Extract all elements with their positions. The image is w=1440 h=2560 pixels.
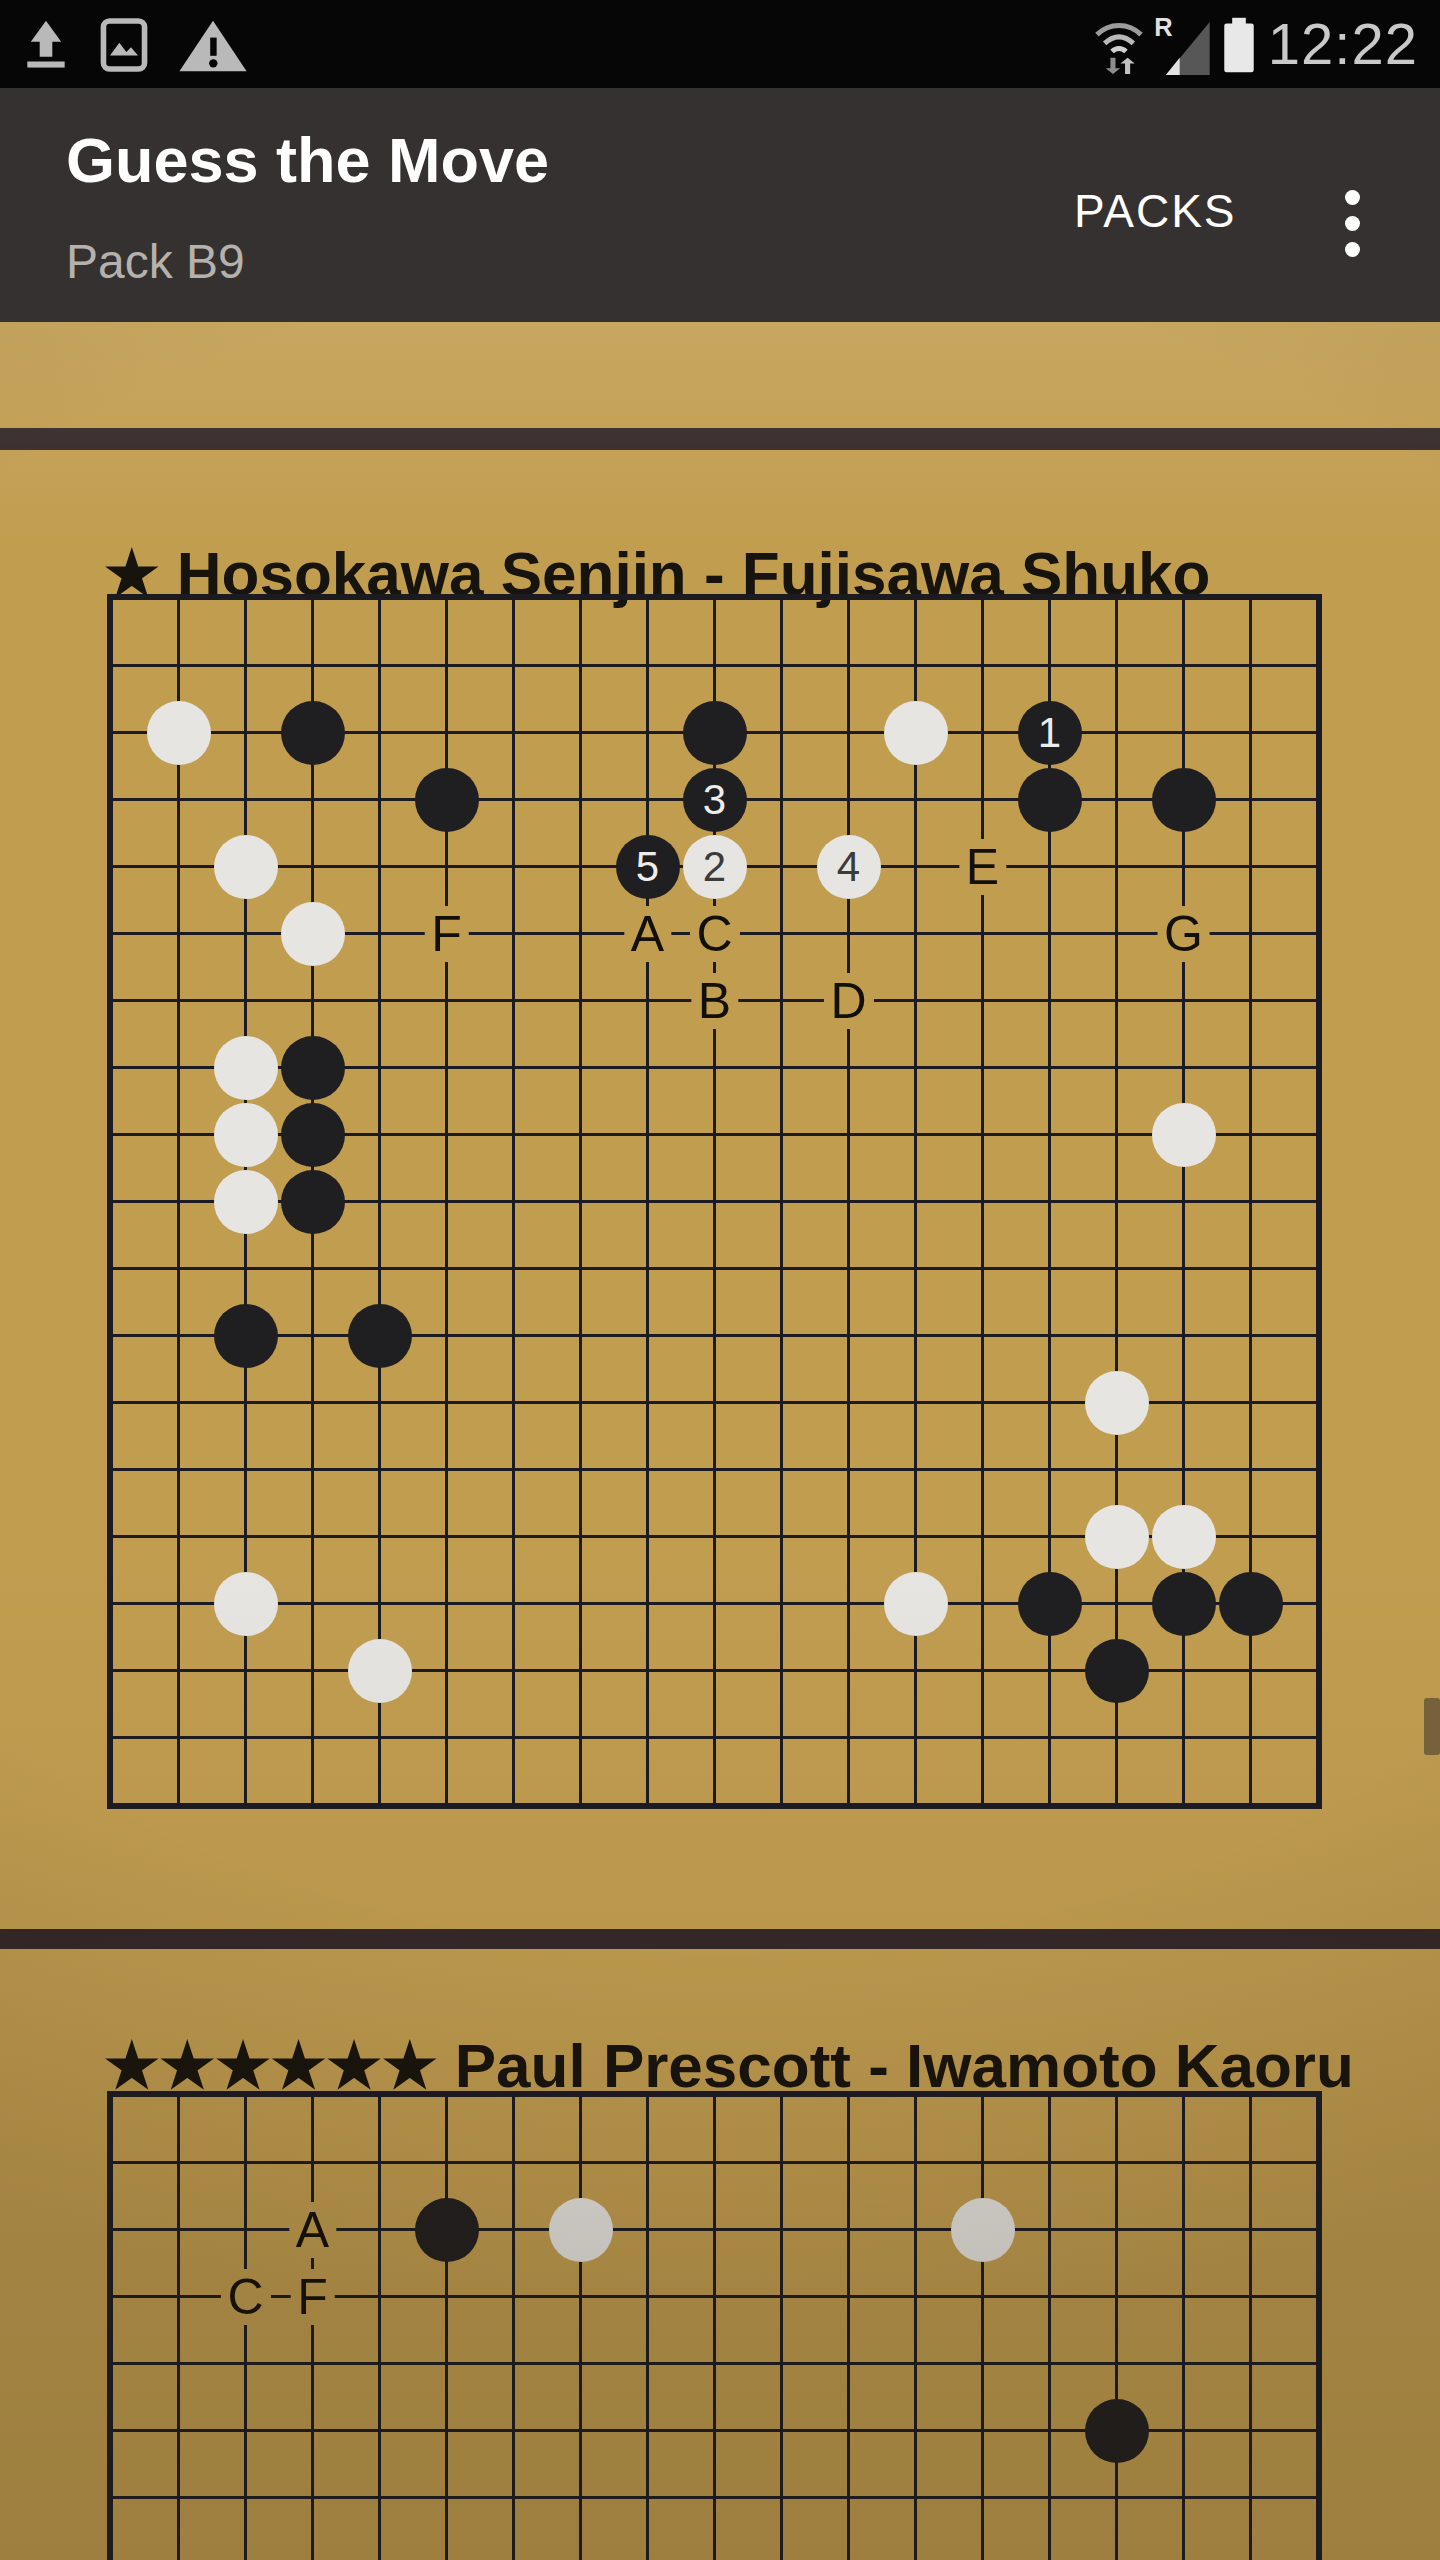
black-stone xyxy=(415,768,479,832)
point-label-F: F xyxy=(424,906,469,962)
go-board-1[interactable]: 24135EFACGBD xyxy=(78,565,1351,1838)
point-label-C: C xyxy=(689,906,739,962)
black-stone xyxy=(683,701,747,765)
more-vert-icon[interactable] xyxy=(1324,168,1380,278)
white-stone xyxy=(214,1170,278,1234)
clock: 12:22 xyxy=(1268,0,1418,88)
black-stone xyxy=(1219,1572,1283,1636)
battery-icon xyxy=(1222,16,1256,74)
black-stone xyxy=(415,2198,479,2262)
point-label-A: A xyxy=(624,906,671,962)
status-bar: R 12:22 xyxy=(0,0,1440,88)
card-separator xyxy=(0,1929,1440,1949)
puzzle-list: ★ Hosokawa Senjin - Fujisawa Shuko 24135… xyxy=(0,322,1440,2560)
move-5-stone: 5 xyxy=(616,835,680,899)
white-stone xyxy=(884,1572,948,1636)
go-board-2[interactable]: ACF xyxy=(78,2062,1351,2560)
move-4-stone: 4 xyxy=(817,835,881,899)
black-stone xyxy=(1085,1639,1149,1703)
black-stone xyxy=(281,1103,345,1167)
white-stone xyxy=(1085,1371,1149,1435)
black-stone xyxy=(214,1304,278,1368)
black-stone xyxy=(1018,768,1082,832)
white-stone xyxy=(214,835,278,899)
black-stone xyxy=(281,1170,345,1234)
black-stone xyxy=(281,701,345,765)
white-stone xyxy=(147,701,211,765)
app-bar: Guess the Move Pack B9 PACKS xyxy=(0,88,1440,322)
white-stone xyxy=(214,1036,278,1100)
signal-r-icon: R xyxy=(1152,12,1212,78)
black-stone xyxy=(1152,768,1216,832)
photo-icon xyxy=(96,18,152,72)
move-3-stone: 3 xyxy=(683,768,747,832)
upload-icon xyxy=(18,18,74,70)
white-stone xyxy=(549,2198,613,2262)
point-label-C: C xyxy=(220,2269,270,2325)
wifi-icon xyxy=(1091,16,1147,74)
board-edge xyxy=(107,2091,1322,2560)
point-label-F: F xyxy=(290,2269,335,2325)
screen: R 12:22 Guess the Move Pack B9 PACKS ★ H… xyxy=(0,0,1440,2560)
white-stone xyxy=(951,2198,1015,2262)
black-stone xyxy=(1085,2399,1149,2463)
black-stone xyxy=(348,1304,412,1368)
move-1-stone: 1 xyxy=(1018,701,1082,765)
point-label-A: A xyxy=(289,2202,336,2258)
white-stone xyxy=(214,1572,278,1636)
scrollbar[interactable] xyxy=(1424,1698,1440,1755)
point-label-B: B xyxy=(691,973,738,1029)
svg-text:R: R xyxy=(1154,13,1172,41)
page-subtitle: Pack B9 xyxy=(66,234,245,289)
card-separator xyxy=(0,428,1440,450)
white-stone xyxy=(1152,1505,1216,1569)
point-label-D: D xyxy=(823,973,873,1029)
black-stone xyxy=(1018,1572,1082,1636)
black-stone xyxy=(281,1036,345,1100)
white-stone xyxy=(884,701,948,765)
point-label-G: G xyxy=(1157,906,1210,962)
packs-button[interactable]: PACKS xyxy=(1074,184,1237,238)
point-label-E: E xyxy=(959,839,1006,895)
white-stone xyxy=(281,902,345,966)
black-stone xyxy=(1152,1572,1216,1636)
white-stone xyxy=(214,1103,278,1167)
white-stone xyxy=(1085,1505,1149,1569)
white-stone xyxy=(348,1639,412,1703)
page-title: Guess the Move xyxy=(66,124,549,196)
move-2-stone: 2 xyxy=(683,835,747,899)
white-stone xyxy=(1152,1103,1216,1167)
warning-icon xyxy=(176,18,250,74)
